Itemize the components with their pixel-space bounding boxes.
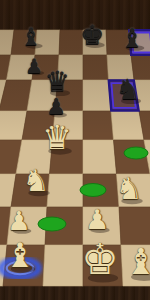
black-king-e8[interactable]: ♚ <box>80 21 104 48</box>
square-d1[interactable] <box>43 245 83 286</box>
square-e4[interactable] <box>83 140 117 174</box>
black-bishop-g7[interactable]: ♝ <box>120 25 143 51</box>
square-e6[interactable] <box>83 80 111 111</box>
square-f2[interactable] <box>119 207 150 245</box>
white-knight-f3[interactable]: ♞ <box>116 174 143 204</box>
white-king-e1[interactable]: ♚ <box>81 239 119 281</box>
chess-board-3d: ♝♟♚♝♛♟♞♛♞♞♟♟♝♚♝ <box>0 0 150 300</box>
white-bishop-c1-selected[interactable]: ♝ <box>5 238 35 272</box>
white-knight-c3[interactable]: ♞ <box>23 166 50 196</box>
square-e7[interactable] <box>83 55 109 80</box>
square-d3[interactable] <box>47 174 83 207</box>
square-f5[interactable] <box>111 111 144 140</box>
black-pawn-c7[interactable]: ♟ <box>25 56 43 76</box>
white-pawn-e2[interactable]: ♟ <box>85 206 109 233</box>
black-knight-f6[interactable]: ♞ <box>115 76 140 104</box>
white-queen-d4[interactable]: ♛ <box>42 121 72 154</box>
black-queen-d6[interactable]: ♛ <box>44 68 69 96</box>
black-bishop-c8[interactable]: ♝ <box>20 25 42 49</box>
square-e5[interactable] <box>83 111 114 140</box>
move-dot-e3[interactable] <box>80 184 106 197</box>
move-dot-f4[interactable] <box>124 147 148 159</box>
move-dot-d2[interactable] <box>38 217 66 231</box>
black-pawn-d5[interactable]: ♟ <box>46 96 66 118</box>
white-bishop-f1[interactable]: ♝ <box>125 244 150 280</box>
white-pawn-c2[interactable]: ♟ <box>7 208 30 234</box>
